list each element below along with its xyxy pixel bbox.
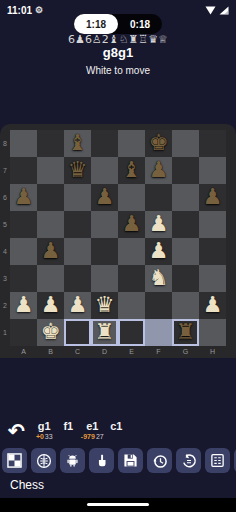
- square-f4[interactable]: ♟: [145, 238, 172, 265]
- white-king-b1: ♚: [37, 317, 64, 346]
- square-e2[interactable]: [118, 292, 145, 319]
- square-c7[interactable]: ♛: [64, 157, 91, 184]
- chess-board[interactable]: ♝♚♛♝♟♟♟♟♟♟♟♟♞♟♟♟♛♟♚♜♜: [10, 130, 226, 346]
- android-button[interactable]: [60, 448, 85, 473]
- square-h7[interactable]: [199, 157, 226, 184]
- candidate-move-label: g1: [33, 420, 56, 433]
- rank-label-4: 4: [0, 238, 10, 265]
- square-g3[interactable]: [172, 265, 199, 292]
- square-f7[interactable]: ♟: [145, 157, 172, 184]
- file-label-G: G: [172, 346, 199, 358]
- square-g7[interactable]: [172, 157, 199, 184]
- signal-icon: [219, 1, 229, 19]
- square-e3[interactable]: [118, 265, 145, 292]
- square-a4[interactable]: [10, 238, 37, 265]
- square-d2[interactable]: ♛: [91, 292, 118, 319]
- undo-arrow-icon[interactable]: ↶: [8, 420, 25, 442]
- square-h2[interactable]: ♟: [199, 292, 226, 319]
- engine-brain-icon: [36, 453, 52, 469]
- candidate-move-f1[interactable]: f1: [57, 420, 80, 441]
- clipped-button[interactable]: [234, 448, 236, 473]
- candidate-move-g1[interactable]: g1+033: [33, 420, 56, 441]
- square-e6[interactable]: [118, 184, 145, 211]
- square-c6[interactable]: [64, 184, 91, 211]
- rank-label-2: 2: [0, 292, 10, 319]
- black-pawn-d6: ♟: [91, 182, 118, 211]
- replay-icon: [181, 453, 197, 469]
- rank-labels: 87654321: [0, 130, 10, 346]
- square-h6[interactable]: ♟: [199, 184, 226, 211]
- square-e1[interactable]: [118, 319, 145, 346]
- square-d1[interactable]: ♜: [91, 319, 118, 346]
- hand-pointer-button[interactable]: [89, 448, 114, 473]
- candidate-move-eval: -97927: [81, 433, 104, 441]
- square-a1[interactable]: [10, 319, 37, 346]
- candidate-move-eval: +033: [33, 433, 56, 441]
- gear-icon: ⚙: [35, 5, 43, 15]
- replay-button[interactable]: [176, 448, 201, 473]
- board-button[interactable]: [2, 448, 27, 473]
- candidate-move-label: c1: [105, 420, 128, 433]
- square-b8[interactable]: [37, 130, 64, 157]
- clock-pill[interactable]: 1:18 0:18: [74, 14, 162, 34]
- square-b3[interactable]: [37, 265, 64, 292]
- wifi-icon: [205, 1, 216, 19]
- square-b6[interactable]: [37, 184, 64, 211]
- square-c8[interactable]: ♝: [64, 130, 91, 157]
- rank-label-5: 5: [0, 211, 10, 238]
- square-a8[interactable]: [10, 130, 37, 157]
- home-indicator[interactable]: [87, 503, 149, 506]
- square-f3[interactable]: ♞: [145, 265, 172, 292]
- square-c4[interactable]: [64, 238, 91, 265]
- square-d6[interactable]: ♟: [91, 184, 118, 211]
- square-g2[interactable]: [172, 292, 199, 319]
- black-pawn-f7: ♟: [145, 155, 172, 184]
- black-clock[interactable]: 0:18: [118, 14, 162, 34]
- square-c2[interactable]: ♟: [64, 292, 91, 319]
- square-d4[interactable]: [91, 238, 118, 265]
- white-pawn-f4: ♟: [145, 236, 172, 265]
- square-h1[interactable]: [199, 319, 226, 346]
- square-f8[interactable]: ♚: [145, 130, 172, 157]
- square-e4[interactable]: [118, 238, 145, 265]
- square-f5[interactable]: ♟: [145, 211, 172, 238]
- file-label-F: F: [145, 346, 172, 358]
- square-b1[interactable]: ♚: [37, 319, 64, 346]
- white-rook-d1: ♜: [91, 317, 118, 346]
- square-b2[interactable]: ♟: [37, 292, 64, 319]
- white-pawn-f5: ♟: [145, 209, 172, 238]
- black-pawn-h6: ♟: [199, 182, 226, 211]
- app-title: Chess: [10, 478, 44, 492]
- hand-pointer-icon: [95, 453, 109, 468]
- file-labels: ABCDEFGH: [10, 346, 226, 358]
- file-label-H: H: [199, 346, 226, 358]
- square-h3[interactable]: [199, 265, 226, 292]
- android-icon: [65, 453, 80, 468]
- rank-label-8: 8: [0, 130, 10, 157]
- square-f6[interactable]: [145, 184, 172, 211]
- file-label-D: D: [91, 346, 118, 358]
- square-a6[interactable]: ♟: [10, 184, 37, 211]
- black-king-f8: ♚: [145, 128, 172, 157]
- square-g5[interactable]: [172, 211, 199, 238]
- black-pawn-b4: ♟: [37, 236, 64, 265]
- black-queen-c7: ♛: [64, 155, 91, 184]
- status-time: 11:01: [7, 5, 32, 16]
- black-pawn-a6: ♟: [10, 182, 37, 211]
- square-a5[interactable]: [10, 211, 37, 238]
- square-b7[interactable]: [37, 157, 64, 184]
- white-clock[interactable]: 1:18: [74, 14, 118, 34]
- engine-brain-button[interactable]: [31, 448, 56, 473]
- rank-label-7: 7: [0, 157, 10, 184]
- chess-app-screen: 11:01 ⚙ 1:18 0:18 6♟6♙2♝♘♜♖♛♕ g8g1 White…: [0, 0, 236, 512]
- white-queen-d2: ♛: [91, 290, 118, 319]
- square-g1[interactable]: ♜: [172, 319, 199, 346]
- square-b4[interactable]: ♟: [37, 238, 64, 265]
- black-rook-g1: ♜: [172, 317, 199, 346]
- candidate-move-e1[interactable]: e1-97927: [81, 420, 104, 441]
- white-pawn-c2: ♟: [64, 290, 91, 319]
- square-a7[interactable]: [10, 157, 37, 184]
- candidate-move-c1[interactable]: c1: [105, 420, 128, 441]
- square-h8[interactable]: [199, 130, 226, 157]
- rank-label-6: 6: [0, 184, 10, 211]
- board-panel: 87654321 ♝♚♛♝♟♟♟♟♟♟♟♟♞♟♟♟♛♟♚♜♜ ABCDEFGH: [0, 124, 236, 358]
- square-c3[interactable]: [64, 265, 91, 292]
- square-e5[interactable]: ♟: [118, 211, 145, 238]
- square-g8[interactable]: [172, 130, 199, 157]
- white-pawn-b2: ♟: [37, 290, 64, 319]
- candidate-moves: g1+033f1e1-97927c1: [33, 420, 129, 441]
- square-c1[interactable]: [64, 319, 91, 346]
- square-h5[interactable]: [199, 211, 226, 238]
- candidate-move-label: e1: [81, 420, 104, 433]
- file-label-E: E: [118, 346, 145, 358]
- history-clock-icon: [152, 453, 168, 469]
- square-c5[interactable]: [64, 211, 91, 238]
- white-knight-f3: ♞: [145, 263, 172, 292]
- square-d5[interactable]: [91, 211, 118, 238]
- moves-list-button[interactable]: [205, 448, 230, 473]
- white-pawn-h2: ♟: [199, 290, 226, 319]
- black-bishop-e7: ♝: [118, 155, 145, 184]
- rank-label-1: 1: [0, 319, 10, 346]
- square-e7[interactable]: ♝: [118, 157, 145, 184]
- file-label-C: C: [64, 346, 91, 358]
- square-d7[interactable]: [91, 157, 118, 184]
- engine-analysis-row: ↶ g1+033f1e1-97927c1: [0, 420, 236, 448]
- square-d8[interactable]: [91, 130, 118, 157]
- square-f2[interactable]: [145, 292, 172, 319]
- moves-list-icon: [210, 453, 225, 468]
- turn-indicator: White to move: [0, 65, 236, 76]
- save-button[interactable]: [118, 448, 143, 473]
- candidate-move-label: f1: [57, 420, 80, 433]
- white-pawn-a2: ♟: [10, 290, 37, 319]
- history-clock-button[interactable]: [147, 448, 172, 473]
- black-bishop-c8: ♝: [64, 128, 91, 157]
- board-icon: [7, 453, 22, 468]
- square-g6[interactable]: [172, 184, 199, 211]
- square-f1[interactable]: [145, 319, 172, 346]
- rank-label-3: 3: [0, 265, 10, 292]
- file-label-B: B: [37, 346, 64, 358]
- square-a3[interactable]: [10, 265, 37, 292]
- square-h4[interactable]: [199, 238, 226, 265]
- file-label-A: A: [10, 346, 37, 358]
- square-a2[interactable]: ♟: [10, 292, 37, 319]
- last-move: g8g1: [0, 45, 236, 60]
- black-pawn-e5: ♟: [118, 209, 145, 238]
- square-e8[interactable]: [118, 130, 145, 157]
- square-b5[interactable]: [37, 211, 64, 238]
- square-g4[interactable]: [172, 238, 199, 265]
- toolbar: [2, 448, 236, 474]
- square-d3[interactable]: [91, 265, 118, 292]
- save-icon: [123, 453, 138, 468]
